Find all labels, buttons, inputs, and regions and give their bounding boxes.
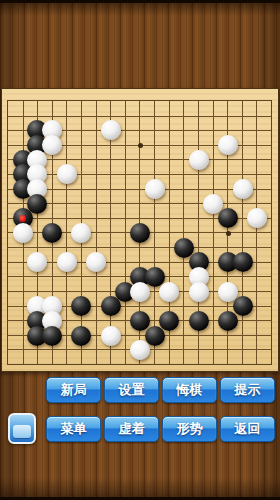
grid-cell: [227, 101, 242, 116]
grid-cell: [154, 145, 169, 160]
stone-black: [101, 296, 121, 316]
grid-cell: [256, 130, 271, 145]
grid-cell: [213, 335, 228, 350]
grid-cell: [52, 101, 67, 116]
grid-cell: [125, 116, 140, 131]
hint-button[interactable]: 提示: [220, 377, 275, 403]
stone-black: [71, 326, 91, 346]
grid-cell: [52, 203, 67, 218]
grid-cell: [139, 101, 154, 116]
grid-cell: [66, 203, 81, 218]
star-point: [226, 231, 231, 236]
stone-white: [233, 179, 253, 199]
grid-cell: [66, 101, 81, 116]
grid-cell: [256, 276, 271, 291]
grid-cell: [242, 101, 257, 116]
grid-cell: [37, 101, 52, 116]
stone-white: [13, 223, 33, 243]
grid-cell: [23, 101, 38, 116]
grid-cell: [81, 203, 96, 218]
stone-black: [42, 223, 62, 243]
grid-cell: [256, 174, 271, 189]
grid-cell: [125, 174, 140, 189]
grid-cell: [183, 101, 198, 116]
grid-cell: [96, 159, 111, 174]
grid-cell: [81, 130, 96, 145]
stone-black: [218, 311, 238, 331]
grid-cell: [256, 306, 271, 321]
undo-button[interactable]: 悔棋: [162, 377, 217, 403]
grid-cell: [256, 101, 271, 116]
grid-cell: [242, 320, 257, 335]
grid-cell: [125, 203, 140, 218]
grid-cell: [110, 262, 125, 277]
stone-white: [130, 282, 150, 302]
grid-cell: [169, 145, 184, 160]
pass-button[interactable]: 虚着: [104, 416, 159, 442]
grid-cell: [66, 116, 81, 131]
stone-black: [189, 311, 209, 331]
top-edge-strip: [0, 0, 280, 3]
go-board[interactable]: [1, 88, 279, 372]
new-game-button[interactable]: 新局: [46, 377, 101, 403]
grid-cell: [8, 101, 23, 116]
snapshot-icon-inner: [13, 425, 31, 438]
grid-cell: [110, 218, 125, 233]
stone-black: [130, 223, 150, 243]
grid-cell: [8, 291, 23, 306]
grid-cell: [213, 159, 228, 174]
grid-cell: [125, 130, 140, 145]
settings-button[interactable]: 设置: [104, 377, 159, 403]
grid-cell: [125, 145, 140, 160]
grid-cell: [256, 349, 271, 364]
grid-cell: [66, 130, 81, 145]
grid-cell: [96, 101, 111, 116]
grid-cell: [52, 189, 67, 204]
grid-cell: [8, 116, 23, 131]
stone-white: [57, 252, 77, 272]
grid-cell: [139, 116, 154, 131]
grid-cell: [183, 130, 198, 145]
stone-black: [233, 296, 253, 316]
grid-cell: [198, 232, 213, 247]
grid-cell: [81, 101, 96, 116]
stone-white: [101, 326, 121, 346]
grid-cell: [198, 130, 213, 145]
stone-black: [233, 252, 253, 272]
stone-white: [189, 282, 209, 302]
grid-cell: [198, 335, 213, 350]
grid-cell: [81, 159, 96, 174]
grid-cell: [110, 232, 125, 247]
grid-cell: [96, 218, 111, 233]
grid-cell: [183, 174, 198, 189]
menu-button[interactable]: 菜单: [46, 416, 101, 442]
grid-cell: [242, 130, 257, 145]
grid-cell: [110, 189, 125, 204]
grid-cell: [169, 116, 184, 131]
grid-cell: [213, 232, 228, 247]
grid-cell: [8, 130, 23, 145]
grid-cell: [96, 174, 111, 189]
grid-cell: [183, 335, 198, 350]
grid-cell: [8, 262, 23, 277]
grid-cell: [242, 276, 257, 291]
grid-cell: [23, 349, 38, 364]
grid-cell: [227, 116, 242, 131]
grid-cell: [198, 349, 213, 364]
grid-cell: [66, 349, 81, 364]
grid-cell: [125, 189, 140, 204]
grid-cell: [198, 174, 213, 189]
grid-cell: [227, 335, 242, 350]
grid-cell: [125, 159, 140, 174]
grid-cell: [242, 159, 257, 174]
grid-cell: [169, 203, 184, 218]
grid-cell: [96, 203, 111, 218]
grid-cell: [198, 218, 213, 233]
stone-white: [101, 120, 121, 140]
grid-cell: [110, 247, 125, 262]
grid-cell: [213, 101, 228, 116]
grid-cell: [96, 349, 111, 364]
grid-cell: [256, 145, 271, 160]
grid-cell: [227, 159, 242, 174]
grid-cell: [242, 116, 257, 131]
grid-cell: [154, 203, 169, 218]
grid-cell: [8, 349, 23, 364]
grid-cell: [169, 174, 184, 189]
stone-white: [145, 179, 165, 199]
grid-cell: [213, 349, 228, 364]
grid-cell: [198, 101, 213, 116]
stone-white: [57, 164, 77, 184]
grid-cell: [125, 101, 140, 116]
grid-cell: [169, 159, 184, 174]
grid-cell: [110, 159, 125, 174]
grid-cell: [154, 349, 169, 364]
stone-white: [159, 282, 179, 302]
grid-cell: [96, 232, 111, 247]
stone-white: [189, 150, 209, 170]
star-point: [138, 143, 143, 148]
grid-cell: [96, 145, 111, 160]
grid-cell: [52, 276, 67, 291]
grid-cell: [256, 116, 271, 131]
grid-cell: [213, 116, 228, 131]
grid-cell: [169, 130, 184, 145]
grid-cell: [169, 335, 184, 350]
grid-cell: [183, 349, 198, 364]
grid-cell: [169, 218, 184, 233]
grid-cell: [23, 276, 38, 291]
grid-cell: [110, 145, 125, 160]
grid-cell: [256, 232, 271, 247]
grid-cell: [81, 349, 96, 364]
stone-black: [42, 326, 62, 346]
grid-cell: [154, 232, 169, 247]
grid-cell: [81, 276, 96, 291]
grid-cell: [110, 174, 125, 189]
territory-button[interactable]: 形势: [162, 416, 217, 442]
grid-cell: [256, 262, 271, 277]
stone-white: [42, 135, 62, 155]
grid-cell: [81, 145, 96, 160]
grid-cell: [154, 247, 169, 262]
grid-cell: [183, 218, 198, 233]
grid-cell: [256, 159, 271, 174]
grid-cell: [183, 203, 198, 218]
back-button[interactable]: 返回: [220, 416, 275, 442]
grid-cell: [154, 159, 169, 174]
grid-cell: [183, 116, 198, 131]
go-app-screen: 新局 设置 悔棋 提示 菜单 虚着 形势 返回: [0, 0, 280, 500]
grid-cell: [81, 116, 96, 131]
last-move-marker: [19, 215, 26, 222]
grid-cell: [110, 203, 125, 218]
grid-cell: [154, 116, 169, 131]
grid-cell: [169, 189, 184, 204]
grid-cell: [66, 145, 81, 160]
grid-cell: [8, 306, 23, 321]
grid-cell: [198, 116, 213, 131]
grid-cell: [242, 145, 257, 160]
grid-cell: [169, 262, 184, 277]
grid-cell: [169, 349, 184, 364]
grid-cell: [8, 320, 23, 335]
grid-cell: [8, 247, 23, 262]
grid-cell: [227, 349, 242, 364]
grid-cell: [110, 349, 125, 364]
grid-cell: [110, 101, 125, 116]
grid-cell: [256, 320, 271, 335]
grid-cell: [242, 335, 257, 350]
grid-cell: [169, 101, 184, 116]
grid-cell: [37, 349, 52, 364]
grid-cell: [96, 276, 111, 291]
grid-cell: [256, 247, 271, 262]
grid-cell: [8, 276, 23, 291]
grid-cell: [256, 291, 271, 306]
grid-cell: [213, 174, 228, 189]
board-snapshot-icon[interactable]: [8, 413, 36, 444]
grid-cell: [256, 189, 271, 204]
grid-cell: [8, 335, 23, 350]
grid-cell: [81, 189, 96, 204]
grid-cell: [139, 203, 154, 218]
grid-cell: [154, 218, 169, 233]
grid-cell: [96, 189, 111, 204]
stone-white: [218, 135, 238, 155]
grid-cell: [81, 174, 96, 189]
grid-cell: [183, 189, 198, 204]
grid-cell: [139, 247, 154, 262]
grid-cell: [242, 349, 257, 364]
grid-cell: [125, 247, 140, 262]
grid-cell: [242, 232, 257, 247]
grid-cell: [37, 276, 52, 291]
grid-cell: [139, 159, 154, 174]
grid-cell: [256, 335, 271, 350]
grid-cell: [66, 276, 81, 291]
grid-cell: [154, 130, 169, 145]
grid-cell: [66, 189, 81, 204]
grid-cell: [52, 349, 67, 364]
grid-cell: [154, 101, 169, 116]
